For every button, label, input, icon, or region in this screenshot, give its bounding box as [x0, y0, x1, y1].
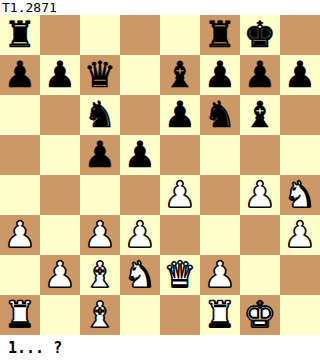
square-a6[interactable]	[0, 95, 40, 135]
piece-black-bishop[interactable]: ♝	[240, 95, 280, 135]
piece-black-knight[interactable]: ♞	[80, 95, 120, 135]
piece-black-pawn[interactable]: ♟	[80, 135, 120, 175]
piece-white-pawn[interactable]: ♟	[0, 215, 40, 255]
square-a1[interactable]: ♜	[0, 295, 40, 335]
square-g6[interactable]: ♝	[240, 95, 280, 135]
square-f5[interactable]	[200, 135, 240, 175]
piece-white-knight[interactable]: ♞	[280, 175, 320, 215]
square-b3[interactable]	[40, 215, 80, 255]
piece-black-pawn[interactable]: ♟	[40, 55, 80, 95]
piece-white-king[interactable]: ♚	[240, 295, 280, 335]
square-b5[interactable]	[40, 135, 80, 175]
piece-white-pawn[interactable]: ♟	[240, 175, 280, 215]
square-e7[interactable]: ♝	[160, 55, 200, 95]
square-e1[interactable]	[160, 295, 200, 335]
square-g5[interactable]	[240, 135, 280, 175]
square-d2[interactable]: ♞	[120, 255, 160, 295]
puzzle-id-label: T1.2871	[2, 0, 57, 15]
square-b6[interactable]	[40, 95, 80, 135]
piece-black-rook[interactable]: ♜	[0, 15, 40, 55]
square-h3[interactable]: ♟	[280, 215, 320, 255]
piece-white-pawn[interactable]: ♟	[280, 215, 320, 255]
square-a3[interactable]: ♟	[0, 215, 40, 255]
square-f3[interactable]	[200, 215, 240, 255]
square-g8[interactable]: ♚	[240, 15, 280, 55]
square-c7[interactable]: ♛	[80, 55, 120, 95]
square-h8[interactable]	[280, 15, 320, 55]
square-e6[interactable]: ♟	[160, 95, 200, 135]
square-e4[interactable]: ♟	[160, 175, 200, 215]
square-d5[interactable]: ♟	[120, 135, 160, 175]
piece-white-rook[interactable]: ♜	[0, 295, 40, 335]
piece-black-pawn[interactable]: ♟	[280, 55, 320, 95]
square-e5[interactable]	[160, 135, 200, 175]
square-g1[interactable]: ♚	[240, 295, 280, 335]
piece-white-rook[interactable]: ♜	[200, 295, 240, 335]
piece-black-queen[interactable]: ♛	[80, 55, 120, 95]
piece-black-pawn[interactable]: ♟	[0, 55, 40, 95]
piece-black-king[interactable]: ♚	[240, 15, 280, 55]
square-e8[interactable]	[160, 15, 200, 55]
square-d3[interactable]: ♟	[120, 215, 160, 255]
square-h4[interactable]: ♞	[280, 175, 320, 215]
square-f6[interactable]: ♞	[200, 95, 240, 135]
piece-white-bishop[interactable]: ♝	[80, 295, 120, 335]
square-h6[interactable]	[280, 95, 320, 135]
piece-white-pawn[interactable]: ♟	[160, 175, 200, 215]
square-f1[interactable]: ♜	[200, 295, 240, 335]
square-a8[interactable]: ♜	[0, 15, 40, 55]
piece-white-pawn[interactable]: ♟	[40, 255, 80, 295]
square-d8[interactable]	[120, 15, 160, 55]
piece-white-knight[interactable]: ♞	[120, 255, 160, 295]
square-g3[interactable]	[240, 215, 280, 255]
piece-black-pawn[interactable]: ♟	[200, 55, 240, 95]
square-c6[interactable]: ♞	[80, 95, 120, 135]
piece-white-bishop[interactable]: ♝	[80, 255, 120, 295]
piece-white-pawn[interactable]: ♟	[200, 255, 240, 295]
move-prompt-label: 1... ?	[8, 338, 62, 360]
square-a2[interactable]	[0, 255, 40, 295]
square-d1[interactable]	[120, 295, 160, 335]
square-a4[interactable]	[0, 175, 40, 215]
piece-black-pawn[interactable]: ♟	[240, 55, 280, 95]
square-c2[interactable]: ♝	[80, 255, 120, 295]
square-b8[interactable]	[40, 15, 80, 55]
square-c8[interactable]	[80, 15, 120, 55]
piece-black-pawn[interactable]: ♟	[120, 135, 160, 175]
piece-white-pawn[interactable]: ♟	[120, 215, 160, 255]
square-b7[interactable]: ♟	[40, 55, 80, 95]
square-d7[interactable]	[120, 55, 160, 95]
piece-white-queen[interactable]: ♛	[160, 255, 200, 295]
piece-black-pawn[interactable]: ♟	[160, 95, 200, 135]
square-f8[interactable]: ♜	[200, 15, 240, 55]
chess-board: ♜♜♚♟♟♛♝♟♟♟♞♟♞♝♟♟♟♟♞♟♟♟♟♟♝♞♛♟♜♝♜♚	[0, 15, 320, 335]
square-h5[interactable]	[280, 135, 320, 175]
square-c4[interactable]	[80, 175, 120, 215]
square-h7[interactable]: ♟	[280, 55, 320, 95]
square-g7[interactable]: ♟	[240, 55, 280, 95]
piece-white-pawn[interactable]: ♟	[80, 215, 120, 255]
square-g4[interactable]: ♟	[240, 175, 280, 215]
square-c3[interactable]: ♟	[80, 215, 120, 255]
square-h1[interactable]	[280, 295, 320, 335]
chess-puzzle-window: T1.2871 ♜♜♚♟♟♛♝♟♟♟♞♟♞♝♟♟♟♟♞♟♟♟♟♟♝♞♛♟♜♝♜♚…	[0, 0, 320, 360]
piece-black-bishop[interactable]: ♝	[160, 55, 200, 95]
square-b2[interactable]: ♟	[40, 255, 80, 295]
square-c1[interactable]: ♝	[80, 295, 120, 335]
piece-black-knight[interactable]: ♞	[200, 95, 240, 135]
square-c5[interactable]: ♟	[80, 135, 120, 175]
square-f2[interactable]: ♟	[200, 255, 240, 295]
square-b4[interactable]	[40, 175, 80, 215]
square-d6[interactable]	[120, 95, 160, 135]
square-b1[interactable]	[40, 295, 80, 335]
square-g2[interactable]	[240, 255, 280, 295]
square-f4[interactable]	[200, 175, 240, 215]
square-a5[interactable]	[0, 135, 40, 175]
square-f7[interactable]: ♟	[200, 55, 240, 95]
square-e3[interactable]	[160, 215, 200, 255]
square-h2[interactable]	[280, 255, 320, 295]
square-e2[interactable]: ♛	[160, 255, 200, 295]
square-d4[interactable]	[120, 175, 160, 215]
square-a7[interactable]: ♟	[0, 55, 40, 95]
piece-black-rook[interactable]: ♜	[200, 15, 240, 55]
